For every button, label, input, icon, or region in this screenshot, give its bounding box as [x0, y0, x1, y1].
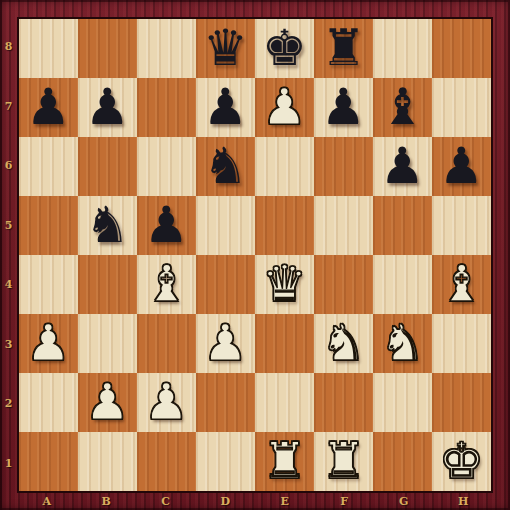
square-c7[interactable]: [137, 78, 196, 137]
square-h4[interactable]: ♝: [432, 255, 491, 314]
file-label-c: C: [136, 495, 196, 508]
square-d4[interactable]: [196, 255, 255, 314]
piece-black-pawn[interactable]: ♟: [380, 141, 425, 191]
square-b1[interactable]: [78, 432, 137, 491]
file-label-f: F: [315, 495, 375, 508]
piece-white-pawn[interactable]: ♟: [144, 377, 189, 427]
square-g2[interactable]: [373, 373, 432, 432]
square-e3[interactable]: [255, 314, 314, 373]
square-b8[interactable]: [78, 19, 137, 78]
square-h8[interactable]: [432, 19, 491, 78]
square-b4[interactable]: [78, 255, 137, 314]
square-b6[interactable]: [78, 137, 137, 196]
file-label-e: E: [255, 495, 315, 508]
piece-black-pawn[interactable]: ♟: [85, 82, 130, 132]
square-h3[interactable]: [432, 314, 491, 373]
square-a3[interactable]: ♟: [19, 314, 78, 373]
square-a8[interactable]: [19, 19, 78, 78]
square-b7[interactable]: ♟: [78, 78, 137, 137]
piece-white-knight[interactable]: ♞: [321, 318, 366, 368]
square-c4[interactable]: ♝: [137, 255, 196, 314]
square-a1[interactable]: [19, 432, 78, 491]
square-d8[interactable]: ♛: [196, 19, 255, 78]
piece-white-king[interactable]: ♚: [439, 436, 484, 486]
piece-white-queen[interactable]: ♛: [262, 259, 307, 309]
square-c6[interactable]: [137, 137, 196, 196]
piece-black-bishop[interactable]: ♝: [380, 82, 425, 132]
square-d3[interactable]: ♟: [196, 314, 255, 373]
rank-label-7: 7: [0, 100, 17, 113]
square-f7[interactable]: ♟: [314, 78, 373, 137]
piece-white-pawn[interactable]: ♟: [26, 318, 71, 368]
square-c3[interactable]: [137, 314, 196, 373]
square-g7[interactable]: ♝: [373, 78, 432, 137]
square-f3[interactable]: ♞: [314, 314, 373, 373]
square-e1[interactable]: ♜: [255, 432, 314, 491]
square-b5[interactable]: ♞: [78, 196, 137, 255]
piece-black-pawn[interactable]: ♟: [321, 82, 366, 132]
square-b3[interactable]: [78, 314, 137, 373]
square-e4[interactable]: ♛: [255, 255, 314, 314]
piece-white-bishop[interactable]: ♝: [144, 259, 189, 309]
square-c5[interactable]: ♟: [137, 196, 196, 255]
square-g1[interactable]: [373, 432, 432, 491]
rank-label-3: 3: [0, 338, 17, 351]
square-g8[interactable]: [373, 19, 432, 78]
square-d1[interactable]: [196, 432, 255, 491]
chess-board-frame: ♛♚♜♟♟♟♟♟♝♞♟♟♞♟♝♛♝♟♟♞♞♟♟♜♜♚ 87654321 ABCD…: [0, 0, 510, 510]
square-h6[interactable]: ♟: [432, 137, 491, 196]
rank-label-2: 2: [0, 397, 17, 410]
rank-label-6: 6: [0, 159, 17, 172]
rank-label-8: 8: [0, 40, 17, 53]
piece-black-knight[interactable]: ♞: [85, 200, 130, 250]
square-b2[interactable]: ♟: [78, 373, 137, 432]
square-e7[interactable]: ♟: [255, 78, 314, 137]
square-c2[interactable]: ♟: [137, 373, 196, 432]
square-f5[interactable]: [314, 196, 373, 255]
file-label-a: A: [17, 495, 77, 508]
square-f8[interactable]: ♜: [314, 19, 373, 78]
square-e2[interactable]: [255, 373, 314, 432]
square-a2[interactable]: [19, 373, 78, 432]
rank-label-5: 5: [0, 219, 17, 232]
piece-black-pawn[interactable]: ♟: [203, 82, 248, 132]
square-h1[interactable]: ♚: [432, 432, 491, 491]
piece-white-bishop[interactable]: ♝: [439, 259, 484, 309]
square-f2[interactable]: [314, 373, 373, 432]
square-h2[interactable]: [432, 373, 491, 432]
piece-black-pawn[interactable]: ♟: [26, 82, 71, 132]
square-g4[interactable]: [373, 255, 432, 314]
square-a5[interactable]: [19, 196, 78, 255]
piece-white-rook[interactable]: ♜: [321, 436, 366, 486]
piece-white-knight[interactable]: ♞: [380, 318, 425, 368]
square-a4[interactable]: [19, 255, 78, 314]
square-e5[interactable]: [255, 196, 314, 255]
piece-black-pawn[interactable]: ♟: [439, 141, 484, 191]
rank-label-1: 1: [0, 457, 17, 470]
chess-board: ♛♚♜♟♟♟♟♟♝♞♟♟♞♟♝♛♝♟♟♞♞♟♟♜♜♚: [17, 17, 493, 493]
square-g5[interactable]: [373, 196, 432, 255]
piece-black-pawn[interactable]: ♟: [144, 200, 189, 250]
square-c1[interactable]: [137, 432, 196, 491]
square-d6[interactable]: ♞: [196, 137, 255, 196]
square-e6[interactable]: [255, 137, 314, 196]
square-a7[interactable]: ♟: [19, 78, 78, 137]
piece-black-knight[interactable]: ♞: [203, 141, 248, 191]
square-g3[interactable]: ♞: [373, 314, 432, 373]
square-g6[interactable]: ♟: [373, 137, 432, 196]
square-a6[interactable]: [19, 137, 78, 196]
file-label-b: B: [77, 495, 137, 508]
rank-labels: 87654321: [0, 17, 17, 493]
square-f4[interactable]: [314, 255, 373, 314]
file-labels: ABCDEFGH: [17, 493, 493, 510]
piece-white-pawn[interactable]: ♟: [85, 377, 130, 427]
rank-label-4: 4: [0, 278, 17, 291]
square-c8[interactable]: [137, 19, 196, 78]
square-h7[interactable]: [432, 78, 491, 137]
square-d7[interactable]: ♟: [196, 78, 255, 137]
square-d2[interactable]: [196, 373, 255, 432]
piece-black-queen[interactable]: ♛: [203, 23, 248, 73]
piece-white-pawn[interactable]: ♟: [203, 318, 248, 368]
piece-white-rook[interactable]: ♜: [262, 436, 307, 486]
file-label-d: D: [196, 495, 256, 508]
piece-black-king[interactable]: ♚: [262, 23, 307, 73]
square-d5[interactable]: [196, 196, 255, 255]
square-e8[interactable]: ♚: [255, 19, 314, 78]
square-f1[interactable]: ♜: [314, 432, 373, 491]
square-h5[interactable]: [432, 196, 491, 255]
file-label-g: G: [374, 495, 434, 508]
square-f6[interactable]: [314, 137, 373, 196]
piece-black-rook[interactable]: ♜: [321, 23, 366, 73]
file-label-h: H: [434, 495, 494, 508]
piece-white-pawn[interactable]: ♟: [262, 82, 307, 132]
